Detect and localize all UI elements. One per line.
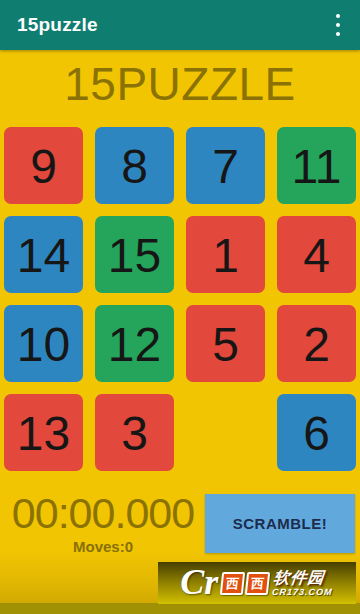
- scramble-button[interactable]: SCRAMBLE!: [205, 494, 355, 553]
- watermark-box-char: 西: [245, 572, 270, 595]
- overflow-menu-icon[interactable]: [329, 12, 347, 38]
- tile-9[interactable]: 9: [4, 127, 83, 204]
- tile-1[interactable]: 1: [186, 216, 265, 293]
- tile-12[interactable]: 12: [95, 305, 174, 382]
- tile-11[interactable]: 11: [277, 127, 356, 204]
- tile-5[interactable]: 5: [186, 305, 265, 382]
- tile-3[interactable]: 3: [95, 394, 174, 471]
- puzzle-board: 987111415141012521336: [4, 127, 356, 471]
- app-bar: 15puzzle: [0, 0, 360, 50]
- watermark-cr-logo: Cr: [180, 564, 218, 600]
- app-title: 15puzzle: [17, 14, 98, 36]
- watermark-site: 软件园 CR173.COM: [272, 569, 335, 597]
- tile-14[interactable]: 14: [4, 216, 83, 293]
- page-title: 15PUZZLE: [0, 56, 360, 112]
- watermark-box-char: 西: [220, 572, 245, 595]
- app-screen: 15puzzle 15PUZZLE 987111415141012521336 …: [0, 0, 360, 614]
- moves-counter: Moves:0: [8, 538, 198, 555]
- watermark-logo: Cr 西 西 软件园 CR173.COM: [158, 562, 356, 604]
- tile-2[interactable]: 2: [277, 305, 356, 382]
- timer-display: 00:00.000: [8, 489, 198, 537]
- watermark-site-url: CR173.COM: [272, 586, 334, 597]
- tile-13[interactable]: 13: [4, 394, 83, 471]
- tile-6[interactable]: 6: [277, 394, 356, 471]
- tile-15[interactable]: 15: [95, 216, 174, 293]
- bottom-strip: [0, 603, 360, 614]
- watermark-boxes: 西 西: [220, 572, 270, 595]
- tile-8[interactable]: 8: [95, 127, 174, 204]
- empty-cell: [186, 394, 265, 471]
- tile-10[interactable]: 10: [4, 305, 83, 382]
- watermark-site-name: 软件园: [273, 569, 326, 587]
- tile-7[interactable]: 7: [186, 127, 265, 204]
- tile-4[interactable]: 4: [277, 216, 356, 293]
